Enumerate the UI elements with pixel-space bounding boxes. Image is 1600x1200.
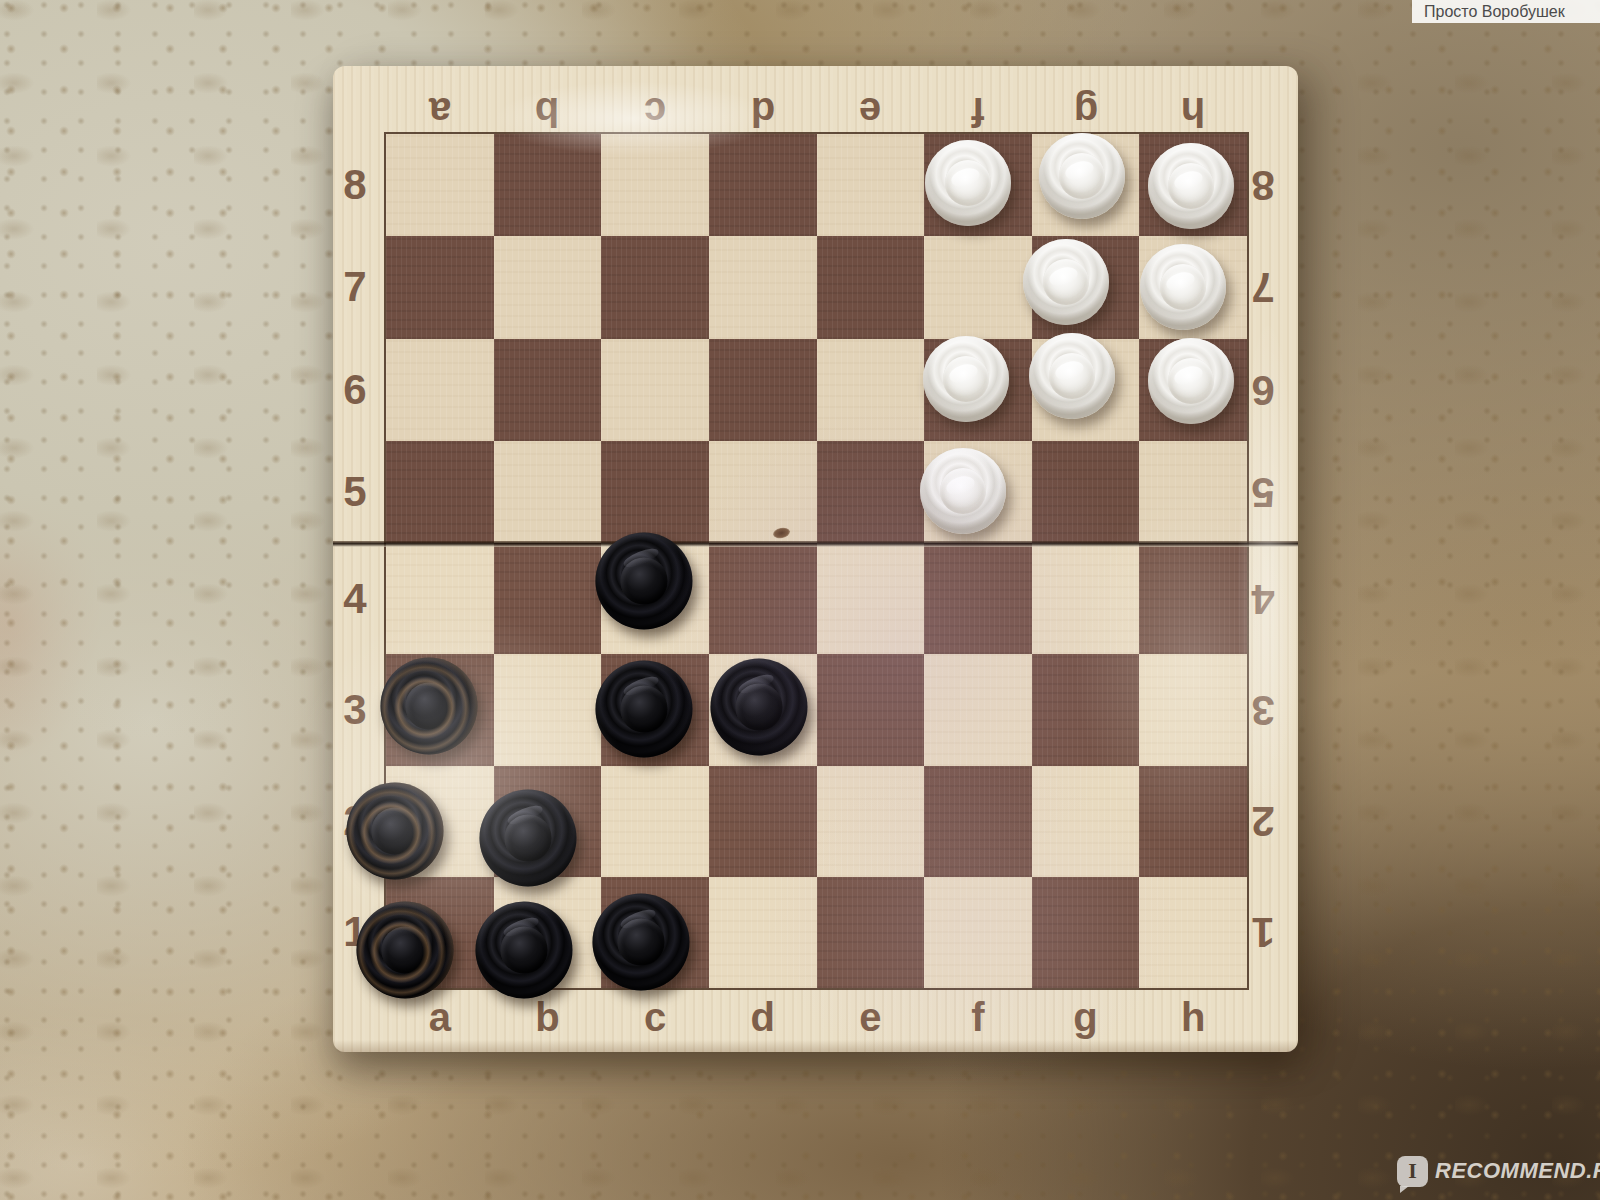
square-b4	[494, 543, 602, 654]
black-checker-d3	[711, 659, 808, 756]
rank-label-right-2: 2	[1251, 797, 1274, 845]
square-g4	[1032, 543, 1140, 654]
rank-label-left-7: 7	[343, 263, 366, 311]
file-label-bottom-g: g	[1073, 995, 1097, 1040]
watermark-text: RECOMMEND.RU	[1435, 1158, 1600, 1184]
folding-wooden-chessboard: aabbccddeeffgghh8877665544332211	[333, 66, 1298, 1052]
rank-label-left-4: 4	[343, 575, 366, 623]
file-label-bottom-h: h	[1181, 995, 1205, 1040]
square-b6	[494, 339, 602, 441]
square-h5	[1139, 441, 1247, 543]
square-h1	[1139, 877, 1247, 988]
board-fold-seam	[333, 541, 1298, 547]
rank-label-right-1: 1	[1251, 908, 1274, 956]
square-d7	[709, 236, 817, 338]
square-h2	[1139, 766, 1247, 877]
black-checker-a3	[381, 658, 478, 755]
white-checker-g8	[1039, 133, 1125, 219]
black-checker-b1	[476, 902, 573, 999]
square-d5	[709, 441, 817, 543]
file-label-top-a: a	[429, 89, 451, 134]
square-c2	[601, 766, 709, 877]
square-d4	[709, 543, 817, 654]
white-checker-h6	[1148, 338, 1234, 424]
square-b5	[494, 441, 602, 543]
square-b8	[494, 134, 602, 236]
square-d1	[709, 877, 817, 988]
square-a4	[386, 543, 494, 654]
file-label-top-f: f	[971, 89, 984, 134]
square-c6	[601, 339, 709, 441]
black-checker-a1	[357, 902, 454, 999]
white-checker-f5	[920, 448, 1006, 534]
rank-label-left-8: 8	[343, 161, 366, 209]
square-c5	[601, 441, 709, 543]
black-checker-a2	[347, 783, 444, 880]
recommend-watermark: I RECOMMEND.RU	[1397, 1153, 1600, 1189]
square-d6	[709, 339, 817, 441]
square-a8	[386, 134, 494, 236]
square-c8	[601, 134, 709, 236]
file-label-bottom-a: a	[429, 995, 451, 1040]
black-checker-c1	[593, 894, 690, 991]
file-label-bottom-c: c	[644, 995, 666, 1040]
black-checker-b2	[480, 790, 577, 887]
square-e5	[817, 441, 925, 543]
file-label-top-d: d	[750, 89, 774, 134]
square-c7	[601, 236, 709, 338]
file-label-bottom-f: f	[971, 995, 984, 1040]
square-f4	[924, 543, 1032, 654]
square-g1	[1032, 877, 1140, 988]
rank-label-right-6: 6	[1251, 366, 1274, 414]
rank-label-left-5: 5	[343, 468, 366, 516]
file-label-top-h: h	[1181, 89, 1205, 134]
square-e2	[817, 766, 925, 877]
square-f7	[924, 236, 1032, 338]
rank-label-right-4: 4	[1251, 575, 1274, 623]
square-e1	[817, 877, 925, 988]
watermark-text: Просто Воробушек	[1424, 3, 1565, 21]
square-a6	[386, 339, 494, 441]
square-h3	[1139, 654, 1247, 765]
white-checker-f8	[925, 140, 1011, 226]
square-h4	[1139, 543, 1247, 654]
square-f2	[924, 766, 1032, 877]
square-a7	[386, 236, 494, 338]
white-checker-g6	[1029, 333, 1115, 419]
square-a5	[386, 441, 494, 543]
white-checker-h8	[1148, 143, 1234, 229]
rank-label-right-3: 3	[1251, 686, 1274, 734]
speech-bubble-i-icon: I	[1397, 1156, 1428, 1187]
file-label-top-g: g	[1073, 89, 1097, 134]
square-f1	[924, 877, 1032, 988]
file-label-bottom-d: d	[750, 995, 774, 1040]
square-f3	[924, 654, 1032, 765]
square-g5	[1032, 441, 1140, 543]
file-label-bottom-b: b	[535, 995, 559, 1040]
file-label-top-c: c	[644, 89, 666, 134]
white-checker-f6	[923, 336, 1009, 422]
black-checker-c3	[596, 661, 693, 758]
black-checker-c4	[596, 533, 693, 630]
white-checker-g7	[1023, 239, 1109, 325]
square-g2	[1032, 766, 1140, 877]
square-e7	[817, 236, 925, 338]
rank-label-left-3: 3	[343, 686, 366, 734]
file-label-top-b: b	[535, 89, 559, 134]
file-label-bottom-e: e	[859, 995, 881, 1040]
square-g3	[1032, 654, 1140, 765]
rank-label-left-6: 6	[343, 366, 366, 414]
square-d2	[709, 766, 817, 877]
square-b3	[494, 654, 602, 765]
square-e3	[817, 654, 925, 765]
file-label-top-e: e	[859, 89, 881, 134]
rank-label-right-7: 7	[1251, 263, 1274, 311]
square-d8	[709, 134, 817, 236]
rank-label-right-5: 5	[1251, 468, 1274, 516]
rank-label-right-8: 8	[1251, 161, 1274, 209]
square-e8	[817, 134, 925, 236]
top-right-watermark: Просто Воробушек	[1412, 0, 1600, 23]
square-e4	[817, 543, 925, 654]
square-b7	[494, 236, 602, 338]
square-e6	[817, 339, 925, 441]
white-checker-h7	[1140, 244, 1226, 330]
